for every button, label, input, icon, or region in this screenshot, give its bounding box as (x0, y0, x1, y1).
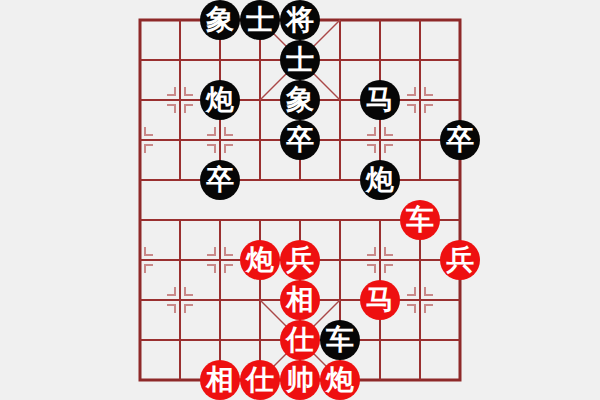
piece-black-elephant[interactable]: 象 (200, 0, 240, 40)
piece-black-general[interactable]: 将 (280, 0, 320, 40)
piece-black-chariot[interactable]: 车 (320, 320, 360, 360)
piece-black-cannon[interactable]: 炮 (360, 160, 400, 200)
xiangqi-screenshot: 象士将士炮象马卒卒卒炮车车炮兵兵相马仕相仕帅炮 (0, 0, 600, 400)
piece-red-cannon[interactable]: 炮 (320, 360, 360, 400)
piece-black-elephant[interactable]: 象 (280, 80, 320, 120)
piece-red-soldier[interactable]: 兵 (280, 240, 320, 280)
piece-red-elephant[interactable]: 相 (200, 360, 240, 400)
piece-black-soldier[interactable]: 卒 (200, 160, 240, 200)
piece-red-general[interactable]: 帅 (280, 360, 320, 400)
piece-black-horse[interactable]: 马 (360, 80, 400, 120)
piece-red-soldier[interactable]: 兵 (440, 240, 480, 280)
piece-black-soldier[interactable]: 卒 (440, 120, 480, 160)
xiangqi-board: 象士将士炮象马卒卒卒炮车车炮兵兵相马仕相仕帅炮 (120, 0, 480, 400)
piece-red-elephant[interactable]: 相 (280, 280, 320, 320)
piece-red-advisor[interactable]: 仕 (280, 320, 320, 360)
piece-red-advisor[interactable]: 仕 (240, 360, 280, 400)
piece-black-advisor[interactable]: 士 (280, 40, 320, 80)
piece-black-soldier[interactable]: 卒 (280, 120, 320, 160)
piece-black-advisor[interactable]: 士 (240, 0, 280, 40)
piece-black-cannon[interactable]: 炮 (200, 80, 240, 120)
piece-red-chariot[interactable]: 车 (400, 200, 440, 240)
piece-red-cannon[interactable]: 炮 (240, 240, 280, 280)
piece-red-horse[interactable]: 马 (360, 280, 400, 320)
